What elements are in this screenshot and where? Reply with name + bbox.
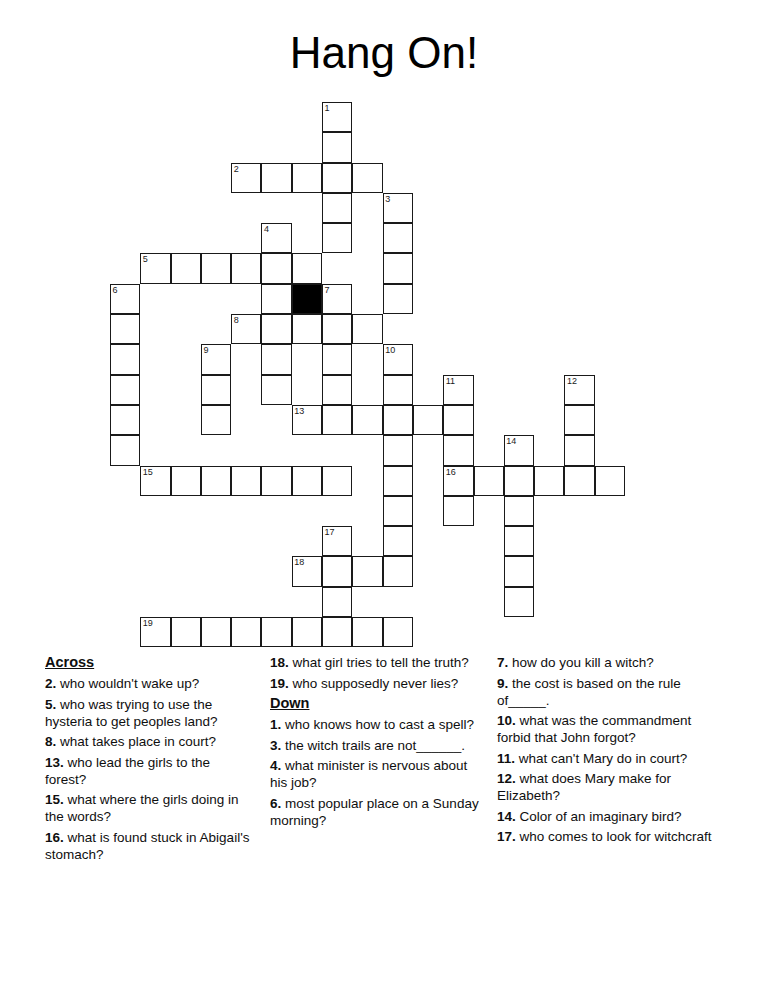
clue-down-10: 10. what was the commandment forbid that… xyxy=(497,712,719,746)
grid-cell-r17c5[interactable] xyxy=(261,617,291,647)
grid-cell-r17c9[interactable] xyxy=(383,617,413,647)
clue-across-15: 15. what where the girls doing in the wo… xyxy=(45,791,253,825)
grid-cell-r13c11[interactable] xyxy=(443,496,473,526)
clue-down-1: 1. who knows how to cast a spell? xyxy=(270,716,484,733)
grid-cell-r12c6[interactable] xyxy=(292,466,322,496)
grid-cell-r10c15[interactable] xyxy=(564,405,594,435)
grid-cell-r14c9[interactable] xyxy=(383,526,413,556)
grid-cell-r2c8[interactable] xyxy=(352,163,382,193)
grid-cell-r6c5[interactable] xyxy=(261,284,291,314)
clue-down-4: 4. what minister is nervous about his jo… xyxy=(270,757,484,791)
grid-cell-r10c11[interactable] xyxy=(443,405,473,435)
grid-cell-r17c8[interactable] xyxy=(352,617,382,647)
grid-cell-r0c7[interactable]: 1 xyxy=(322,102,352,132)
grid-cell-r10c3[interactable] xyxy=(201,405,231,435)
grid-cell-r10c6[interactable]: 13 xyxy=(292,405,322,435)
crossword-grid: 12345678910111213141516171819 xyxy=(110,102,625,647)
cell-number-17: 17 xyxy=(325,527,335,537)
grid-cell-r8c7[interactable] xyxy=(322,344,352,374)
grid-cell-r12c16[interactable] xyxy=(595,466,625,496)
cell-number-16: 16 xyxy=(446,467,456,477)
grid-cell-r10c9[interactable] xyxy=(383,405,413,435)
clue-across-16: 16. what is found stuck in Abigail's sto… xyxy=(45,829,253,863)
cell-number-15: 15 xyxy=(143,467,153,477)
cell-number-3: 3 xyxy=(385,194,390,204)
grid-cell-r8c5[interactable] xyxy=(261,344,291,374)
cell-number-13: 13 xyxy=(294,406,304,416)
clue-column-across: Across2. who wouldn't wake up?5. who was… xyxy=(45,654,253,866)
blocked-cell xyxy=(292,284,322,314)
grid-cell-r10c0[interactable] xyxy=(110,405,140,435)
grid-cell-r5c9[interactable] xyxy=(383,253,413,283)
grid-cell-r15c7[interactable] xyxy=(322,556,352,586)
grid-cell-r11c15[interactable] xyxy=(564,435,594,465)
grid-cell-r9c5[interactable] xyxy=(261,375,291,405)
clue-across-18: 18. what girl tries to tell the truth? xyxy=(270,654,484,671)
cell-number-11: 11 xyxy=(446,376,455,386)
cell-number-12: 12 xyxy=(567,376,577,386)
grid-cell-r12c9[interactable] xyxy=(383,466,413,496)
grid-cell-r12c15[interactable] xyxy=(564,466,594,496)
grid-cell-r7c6[interactable] xyxy=(292,314,322,344)
grid-cell-r5c3[interactable] xyxy=(201,253,231,283)
grid-cell-r10c8[interactable] xyxy=(352,405,382,435)
grid-cell-r10c7[interactable] xyxy=(322,405,352,435)
grid-cell-r3c9[interactable]: 3 xyxy=(383,193,413,223)
grid-cell-r12c13[interactable] xyxy=(504,466,534,496)
grid-cell-r3c7[interactable] xyxy=(322,193,352,223)
grid-cell-r11c11[interactable] xyxy=(443,435,473,465)
clue-across-2: 2. who wouldn't wake up? xyxy=(45,675,253,692)
across-header: Across xyxy=(45,654,253,671)
grid-cell-r11c9[interactable] xyxy=(383,435,413,465)
grid-cell-r2c6[interactable] xyxy=(292,163,322,193)
grid-cell-r12c1[interactable]: 15 xyxy=(140,466,170,496)
grid-cell-r8c0[interactable] xyxy=(110,344,140,374)
cell-number-2: 2 xyxy=(234,164,239,174)
grid-cell-r14c7[interactable]: 17 xyxy=(322,526,352,556)
grid-cell-r5c1[interactable]: 5 xyxy=(140,253,170,283)
cell-number-18: 18 xyxy=(294,557,304,567)
grid-cell-r2c7[interactable] xyxy=(322,163,352,193)
puzzle-title: Hang On! xyxy=(0,30,768,76)
grid-cell-r12c7[interactable] xyxy=(322,466,352,496)
grid-cell-r16c13[interactable] xyxy=(504,587,534,617)
grid-cell-r12c12[interactable] xyxy=(474,466,504,496)
grid-cell-r9c0[interactable] xyxy=(110,375,140,405)
cell-number-1: 1 xyxy=(325,103,330,113)
grid-cell-r9c9[interactable] xyxy=(383,375,413,405)
grid-cell-r7c8[interactable] xyxy=(352,314,382,344)
clue-down-9: 9. the cost is based on the rule of_____… xyxy=(497,675,719,709)
clue-down-14: 14. Color of an imaginary bird? xyxy=(497,808,719,825)
grid-cell-r5c4[interactable] xyxy=(231,253,261,283)
grid-cell-r13c13[interactable] xyxy=(504,496,534,526)
cell-number-4: 4 xyxy=(264,224,269,234)
grid-cell-r17c6[interactable] xyxy=(292,617,322,647)
grid-cell-r4c7[interactable] xyxy=(322,223,352,253)
grid-cell-r16c7[interactable] xyxy=(322,587,352,617)
grid-cell-r4c5[interactable]: 4 xyxy=(261,223,291,253)
clue-down-6: 6. most popular place on a Sunday mornin… xyxy=(270,795,484,829)
grid-cell-r17c3[interactable] xyxy=(201,617,231,647)
grid-cell-r10c10[interactable] xyxy=(413,405,443,435)
clue-down-12: 12. what does Mary make for Elizabeth? xyxy=(497,770,719,804)
clue-across-19: 19. who supposedly never lies? xyxy=(270,675,484,692)
clue-down-3: 3. the witch trails are not______. xyxy=(270,737,484,754)
grid-cell-r11c0[interactable] xyxy=(110,435,140,465)
grid-cell-r17c1[interactable]: 19 xyxy=(140,617,170,647)
grid-cell-r11c13[interactable]: 14 xyxy=(504,435,534,465)
clue-across-8: 8. what takes place in court? xyxy=(45,733,253,750)
grid-cell-r7c7[interactable] xyxy=(322,314,352,344)
cell-number-7: 7 xyxy=(325,285,330,295)
grid-cell-r5c5[interactable] xyxy=(261,253,291,283)
grid-cell-r9c11[interactable]: 11 xyxy=(443,375,473,405)
grid-cell-r15c8[interactable] xyxy=(352,556,382,586)
grid-cell-r15c9[interactable] xyxy=(383,556,413,586)
grid-cell-r15c13[interactable] xyxy=(504,556,534,586)
grid-cell-r12c5[interactable] xyxy=(261,466,291,496)
grid-cell-r17c7[interactable] xyxy=(322,617,352,647)
grid-cell-r4c9[interactable] xyxy=(383,223,413,253)
grid-cell-r8c9[interactable]: 10 xyxy=(383,344,413,374)
grid-cell-r5c6[interactable] xyxy=(292,253,322,283)
grid-cell-r7c0[interactable] xyxy=(110,314,140,344)
grid-cell-r12c3[interactable] xyxy=(201,466,231,496)
cell-number-9: 9 xyxy=(203,345,208,355)
clue-across-5: 5. who was trying to use the hysteria to… xyxy=(45,696,253,730)
clue-down-7: 7. how do you kill a witch? xyxy=(497,654,719,671)
grid-cell-r12c4[interactable] xyxy=(231,466,261,496)
cell-number-10: 10 xyxy=(385,345,395,355)
grid-cell-r15c6[interactable]: 18 xyxy=(292,556,322,586)
grid-cell-r7c5[interactable] xyxy=(261,314,291,344)
cell-number-19: 19 xyxy=(143,618,153,628)
grid-cell-r2c5[interactable] xyxy=(261,163,291,193)
clue-column-middle: 18. what girl tries to tell the truth?19… xyxy=(270,654,484,832)
grid-cell-r14c13[interactable] xyxy=(504,526,534,556)
grid-cell-r1c7[interactable] xyxy=(322,132,352,162)
grid-cell-r12c2[interactable] xyxy=(171,466,201,496)
cell-number-5: 5 xyxy=(143,254,148,264)
grid-cell-r13c9[interactable] xyxy=(383,496,413,526)
cell-number-8: 8 xyxy=(234,315,239,325)
down-header: Down xyxy=(270,695,484,712)
grid-cell-r9c3[interactable] xyxy=(201,375,231,405)
cell-number-6: 6 xyxy=(113,285,118,295)
cell-number-14: 14 xyxy=(506,436,516,446)
clue-column-down: 7. how do you kill a witch?9. the cost i… xyxy=(497,654,719,849)
grid-cell-r17c4[interactable] xyxy=(231,617,261,647)
grid-cell-r8c3[interactable]: 9 xyxy=(201,344,231,374)
grid-cell-r6c7[interactable]: 7 xyxy=(322,284,352,314)
grid-cell-r17c2[interactable] xyxy=(171,617,201,647)
grid-cell-r9c7[interactable] xyxy=(322,375,352,405)
clue-down-11: 11. what can't Mary do in court? xyxy=(497,750,719,767)
grid-cell-r6c0[interactable]: 6 xyxy=(110,284,140,314)
clue-across-13: 13. who lead the girls to the forest? xyxy=(45,754,253,788)
clue-down-17: 17. who comes to look for witchcraft xyxy=(497,828,719,845)
grid-cell-r5c2[interactable] xyxy=(171,253,201,283)
grid-cell-r2c4[interactable]: 2 xyxy=(231,163,261,193)
grid-cell-r12c11[interactable]: 16 xyxy=(443,466,473,496)
grid-cell-r7c4[interactable]: 8 xyxy=(231,314,261,344)
grid-cell-r6c9[interactable] xyxy=(383,284,413,314)
grid-cell-r9c15[interactable]: 12 xyxy=(564,375,594,405)
grid-cell-r12c14[interactable] xyxy=(534,466,564,496)
